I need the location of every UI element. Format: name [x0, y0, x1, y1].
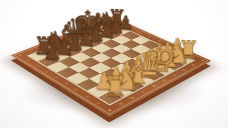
piece-white-rook-a1[interactable]: ♜: [94, 72, 137, 101]
piece-black-pawn-a7[interactable]: ♟: [34, 42, 72, 65]
chess-set-product-photo: ♜♞♝♛♚♝♞♜♟♟♟♟♟♟♟♟♟♟♟♟♟♟♟♟♜♞♝♛♚♝♞♜ ABCDEFG…: [0, 0, 228, 128]
